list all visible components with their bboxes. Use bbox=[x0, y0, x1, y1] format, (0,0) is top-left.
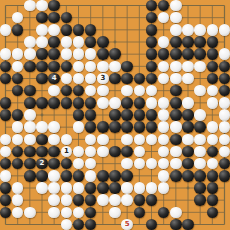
white-stone bbox=[219, 97, 230, 108]
black-stone bbox=[207, 194, 218, 205]
black-stone bbox=[207, 61, 218, 72]
black-stone bbox=[85, 36, 96, 47]
white-stone bbox=[170, 146, 181, 157]
white-stone bbox=[194, 61, 205, 72]
black-stone bbox=[194, 182, 205, 193]
white-stone bbox=[170, 61, 181, 72]
black-stone bbox=[12, 24, 23, 35]
hoshi-point bbox=[41, 114, 44, 117]
white-stone bbox=[158, 97, 169, 108]
black-stone bbox=[121, 97, 132, 108]
black-stone bbox=[207, 170, 218, 181]
black-stone bbox=[134, 97, 145, 108]
white-stone bbox=[158, 182, 169, 193]
black-stone bbox=[170, 219, 181, 230]
white-stone bbox=[219, 109, 230, 120]
white-stone bbox=[109, 194, 120, 205]
black-stone bbox=[109, 48, 120, 59]
black-stone bbox=[24, 158, 35, 169]
black-stone bbox=[194, 194, 205, 205]
white-stone bbox=[109, 97, 120, 108]
black-stone bbox=[12, 109, 23, 120]
black-stone bbox=[0, 97, 11, 108]
black-stone bbox=[170, 36, 181, 47]
white-stone bbox=[146, 134, 157, 145]
black-stone-numbered: 4 bbox=[48, 73, 59, 84]
white-stone bbox=[61, 182, 72, 193]
white-stone bbox=[73, 182, 84, 193]
black-stone bbox=[182, 158, 193, 169]
white-stone bbox=[61, 207, 72, 218]
white-stone bbox=[48, 194, 59, 205]
black-stone bbox=[170, 170, 181, 181]
black-stone bbox=[24, 170, 35, 181]
black-stone bbox=[146, 24, 157, 35]
black-stone bbox=[182, 48, 193, 59]
black-stone bbox=[97, 48, 108, 59]
black-stone bbox=[85, 182, 96, 193]
white-stone bbox=[194, 109, 205, 120]
white-stone bbox=[194, 24, 205, 35]
white-stone bbox=[170, 158, 181, 169]
black-stone bbox=[121, 73, 132, 84]
black-stone bbox=[207, 182, 218, 193]
white-stone bbox=[61, 73, 72, 84]
white-stone bbox=[121, 158, 132, 169]
black-stone bbox=[207, 146, 218, 157]
black-stone bbox=[36, 73, 47, 84]
white-stone bbox=[146, 97, 157, 108]
white-stone bbox=[219, 134, 230, 145]
white-stone bbox=[194, 146, 205, 157]
black-stone bbox=[36, 134, 47, 145]
white-stone bbox=[0, 48, 11, 59]
white-stone bbox=[121, 182, 132, 193]
black-stone bbox=[134, 194, 145, 205]
black-stone bbox=[48, 146, 59, 157]
white-stone bbox=[109, 207, 120, 218]
white-stone bbox=[170, 73, 181, 84]
black-stone bbox=[24, 97, 35, 108]
white-stone bbox=[73, 48, 84, 59]
move-number-4: 4 bbox=[52, 74, 57, 81]
white-stone bbox=[146, 182, 157, 193]
white-stone bbox=[24, 0, 35, 11]
white-stone bbox=[134, 182, 145, 193]
black-stone bbox=[109, 146, 120, 157]
black-stone bbox=[121, 61, 132, 72]
white-stone bbox=[48, 134, 59, 145]
black-stone bbox=[182, 109, 193, 120]
black-stone bbox=[170, 97, 181, 108]
black-stone bbox=[61, 97, 72, 108]
go-board[interactable]: 43125 bbox=[0, 0, 230, 230]
white-stone bbox=[182, 97, 193, 108]
white-stone bbox=[12, 121, 23, 132]
white-stone bbox=[24, 109, 35, 120]
white-stone bbox=[24, 36, 35, 47]
white-stone-numbered: 1 bbox=[61, 146, 72, 157]
black-stone bbox=[146, 61, 157, 72]
white-stone bbox=[121, 194, 132, 205]
black-stone bbox=[182, 146, 193, 157]
black-stone bbox=[48, 0, 59, 11]
white-stone bbox=[85, 170, 96, 181]
black-stone bbox=[207, 36, 218, 47]
black-stone bbox=[158, 48, 169, 59]
black-stone bbox=[121, 109, 132, 120]
white-stone bbox=[121, 85, 132, 96]
black-stone bbox=[48, 97, 59, 108]
white-stone bbox=[182, 134, 193, 145]
black-stone bbox=[97, 121, 108, 132]
black-stone-numbered: 2 bbox=[36, 158, 47, 169]
black-stone bbox=[109, 182, 120, 193]
black-stone bbox=[97, 170, 108, 181]
white-stone bbox=[134, 134, 145, 145]
black-stone bbox=[61, 170, 72, 181]
white-stone bbox=[48, 207, 59, 218]
white-stone bbox=[0, 170, 11, 181]
white-stone bbox=[0, 24, 11, 35]
white-stone bbox=[73, 36, 84, 47]
white-stone bbox=[85, 48, 96, 59]
white-stone bbox=[97, 146, 108, 157]
black-stone bbox=[146, 194, 157, 205]
white-stone bbox=[73, 61, 84, 72]
black-stone bbox=[146, 121, 157, 132]
move-number-1: 1 bbox=[64, 147, 69, 154]
white-stone bbox=[48, 182, 59, 193]
black-stone bbox=[36, 48, 47, 59]
black-stone bbox=[121, 121, 132, 132]
white-stone bbox=[134, 146, 145, 157]
white-stone bbox=[158, 121, 169, 132]
white-stone bbox=[12, 182, 23, 193]
white-stone bbox=[170, 121, 181, 132]
black-stone bbox=[24, 61, 35, 72]
white-stone bbox=[24, 134, 35, 145]
black-stone bbox=[36, 170, 47, 181]
white-stone bbox=[61, 48, 72, 59]
black-stone bbox=[36, 61, 47, 72]
white-stone bbox=[61, 219, 72, 230]
white-stone bbox=[48, 24, 59, 35]
black-stone bbox=[194, 121, 205, 132]
white-stone bbox=[182, 24, 193, 35]
black-stone bbox=[207, 207, 218, 218]
white-stone bbox=[109, 61, 120, 72]
white-stone-numbered: 3 bbox=[97, 73, 108, 84]
white-stone bbox=[219, 121, 230, 132]
black-stone bbox=[36, 12, 47, 23]
black-stone bbox=[170, 48, 181, 59]
white-stone bbox=[182, 61, 193, 72]
white-stone bbox=[97, 61, 108, 72]
black-stone bbox=[134, 73, 145, 84]
white-stone-numbered: 5 bbox=[121, 219, 132, 230]
black-stone bbox=[219, 61, 230, 72]
move-number-2: 2 bbox=[40, 160, 45, 167]
black-stone bbox=[121, 170, 132, 181]
black-stone bbox=[73, 97, 84, 108]
white-stone bbox=[219, 24, 230, 35]
white-stone bbox=[170, 0, 181, 11]
black-stone bbox=[207, 48, 218, 59]
black-stone bbox=[182, 170, 193, 181]
black-stone bbox=[48, 48, 59, 59]
white-stone bbox=[158, 109, 169, 120]
black-stone bbox=[109, 121, 120, 132]
white-stone bbox=[36, 24, 47, 35]
black-stone bbox=[170, 134, 181, 145]
black-stone bbox=[182, 219, 193, 230]
black-stone bbox=[73, 109, 84, 120]
black-stone bbox=[73, 24, 84, 35]
white-stone bbox=[48, 170, 59, 181]
black-stone bbox=[61, 24, 72, 35]
white-stone bbox=[194, 158, 205, 169]
black-stone bbox=[0, 182, 11, 193]
black-stone bbox=[121, 146, 132, 157]
black-stone bbox=[48, 61, 59, 72]
black-stone bbox=[61, 61, 72, 72]
black-stone bbox=[97, 182, 108, 193]
black-stone bbox=[146, 36, 157, 47]
white-stone bbox=[158, 36, 169, 47]
black-stone bbox=[170, 109, 181, 120]
white-stone bbox=[194, 134, 205, 145]
black-stone bbox=[207, 73, 218, 84]
black-stone bbox=[97, 36, 108, 47]
black-stone bbox=[219, 170, 230, 181]
black-stone bbox=[134, 207, 145, 218]
white-stone bbox=[207, 121, 218, 132]
black-stone bbox=[85, 109, 96, 120]
white-stone bbox=[36, 36, 47, 47]
black-stone bbox=[85, 121, 96, 132]
white-stone bbox=[61, 194, 72, 205]
black-stone bbox=[48, 36, 59, 47]
white-stone bbox=[24, 48, 35, 59]
black-stone bbox=[194, 170, 205, 181]
white-stone bbox=[36, 121, 47, 132]
white-stone bbox=[73, 207, 84, 218]
black-stone bbox=[0, 109, 11, 120]
move-number-5: 5 bbox=[125, 220, 130, 227]
white-stone bbox=[207, 97, 218, 108]
black-stone bbox=[73, 170, 84, 181]
white-stone bbox=[36, 182, 47, 193]
black-stone bbox=[170, 85, 181, 96]
white-stone bbox=[207, 134, 218, 145]
white-stone bbox=[158, 170, 169, 181]
white-stone bbox=[61, 134, 72, 145]
black-stone bbox=[194, 48, 205, 59]
black-stone bbox=[85, 24, 96, 35]
black-stone bbox=[134, 109, 145, 120]
white-stone bbox=[182, 73, 193, 84]
white-stone bbox=[97, 85, 108, 96]
white-stone bbox=[170, 12, 181, 23]
white-stone bbox=[36, 0, 47, 11]
black-stone bbox=[0, 194, 11, 205]
white-stone bbox=[73, 121, 84, 132]
white-stone bbox=[48, 85, 59, 96]
white-stone bbox=[24, 121, 35, 132]
black-stone bbox=[182, 36, 193, 47]
black-stone bbox=[48, 12, 59, 23]
hoshi-point bbox=[114, 41, 117, 44]
hoshi-point bbox=[187, 187, 190, 190]
black-stone bbox=[146, 48, 157, 59]
white-stone bbox=[219, 48, 230, 59]
black-stone bbox=[24, 146, 35, 157]
black-stone bbox=[182, 121, 193, 132]
white-stone bbox=[170, 24, 181, 35]
black-stone bbox=[194, 36, 205, 47]
black-stone bbox=[109, 170, 120, 181]
black-stone bbox=[134, 121, 145, 132]
white-stone bbox=[121, 134, 132, 145]
white-stone bbox=[207, 24, 218, 35]
white-stone bbox=[12, 194, 23, 205]
white-stone bbox=[61, 36, 72, 47]
black-stone bbox=[109, 109, 120, 120]
black-stone bbox=[73, 194, 84, 205]
white-stone bbox=[194, 85, 205, 96]
black-stone bbox=[48, 158, 59, 169]
black-stone bbox=[36, 146, 47, 157]
white-stone bbox=[170, 207, 181, 218]
black-stone bbox=[24, 85, 35, 96]
black-stone bbox=[109, 73, 120, 84]
white-stone bbox=[97, 97, 108, 108]
black-stone bbox=[85, 194, 96, 205]
white-stone bbox=[97, 134, 108, 145]
white-stone bbox=[24, 207, 35, 218]
white-stone bbox=[48, 121, 59, 132]
white-stone bbox=[97, 194, 108, 205]
black-stone bbox=[36, 97, 47, 108]
move-number-3: 3 bbox=[100, 74, 105, 81]
black-stone bbox=[146, 109, 157, 120]
white-stone bbox=[12, 48, 23, 59]
black-stone bbox=[85, 97, 96, 108]
